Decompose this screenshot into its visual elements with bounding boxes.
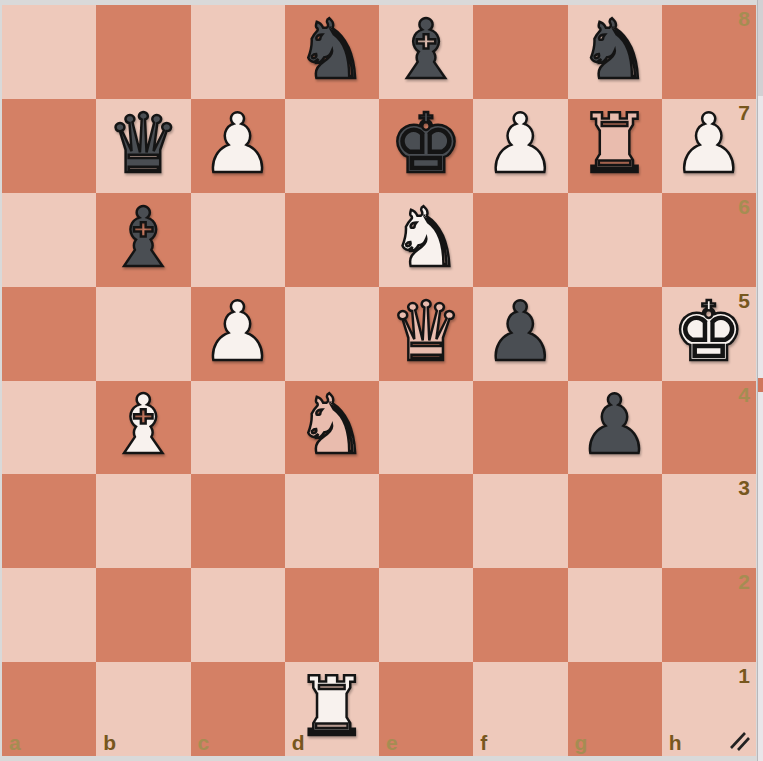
square-g6[interactable] xyxy=(568,193,662,287)
square-c8[interactable] xyxy=(191,5,285,99)
piece-white-rook[interactable]: ♜ xyxy=(578,103,652,185)
square-d7[interactable] xyxy=(285,99,379,193)
square-c2[interactable] xyxy=(191,568,285,662)
piece-black-pawn[interactable]: ♟ xyxy=(578,384,652,466)
square-g5[interactable] xyxy=(568,287,662,381)
square-b3[interactable] xyxy=(96,474,190,568)
piece-black-king[interactable]: ♚ xyxy=(389,103,463,185)
square-d6[interactable] xyxy=(285,193,379,287)
square-g7[interactable]: ♜ xyxy=(568,99,662,193)
piece-white-pawn[interactable]: ♟ xyxy=(201,103,275,185)
file-label-e: e xyxy=(386,732,398,753)
square-f8[interactable] xyxy=(473,5,567,99)
piece-black-knight[interactable]: ♞ xyxy=(295,9,369,91)
resize-grip-icon[interactable] xyxy=(728,730,752,752)
square-e1[interactable]: e xyxy=(379,662,473,756)
square-h7[interactable]: 7♟ xyxy=(662,99,756,193)
square-h3[interactable]: 3 xyxy=(662,474,756,568)
piece-black-pawn[interactable]: ♟ xyxy=(484,291,558,373)
rank-label-1: 1 xyxy=(738,665,750,686)
piece-white-knight[interactable]: ♞ xyxy=(295,384,369,466)
square-h4[interactable]: 4 xyxy=(662,381,756,475)
square-b2[interactable] xyxy=(96,568,190,662)
square-g2[interactable] xyxy=(568,568,662,662)
square-h1[interactable]: 1h xyxy=(662,662,756,756)
square-b8[interactable] xyxy=(96,5,190,99)
piece-black-bishop[interactable]: ♝ xyxy=(389,9,463,91)
square-e2[interactable] xyxy=(379,568,473,662)
square-d5[interactable] xyxy=(285,287,379,381)
square-e8[interactable]: ♝ xyxy=(379,5,473,99)
square-c5[interactable]: ♟ xyxy=(191,287,285,381)
square-b4[interactable]: ♝ xyxy=(96,381,190,475)
square-e5[interactable]: ♛ xyxy=(379,287,473,381)
rank-label-2: 2 xyxy=(738,571,750,592)
square-e7[interactable]: ♚ xyxy=(379,99,473,193)
square-d2[interactable] xyxy=(285,568,379,662)
square-d8[interactable]: ♞ xyxy=(285,5,379,99)
square-a8[interactable] xyxy=(2,5,96,99)
square-f7[interactable]: ♟ xyxy=(473,99,567,193)
square-f2[interactable] xyxy=(473,568,567,662)
scrollbar-track[interactable] xyxy=(757,0,763,761)
square-e6[interactable]: ♞ xyxy=(379,193,473,287)
scrollbar-thumb[interactable] xyxy=(758,378,763,392)
chess-board: ♞♝♞8♛♟♚♟♜7♟♝♞6♟♛♟5♚♝♞♟432abcd♜efg1h xyxy=(2,5,756,756)
square-d3[interactable] xyxy=(285,474,379,568)
square-h5[interactable]: 5♚ xyxy=(662,287,756,381)
square-h8[interactable]: 8 xyxy=(662,5,756,99)
square-f1[interactable]: f xyxy=(473,662,567,756)
square-g8[interactable]: ♞ xyxy=(568,5,662,99)
square-a5[interactable] xyxy=(2,287,96,381)
square-e4[interactable] xyxy=(379,381,473,475)
square-b1[interactable]: b xyxy=(96,662,190,756)
square-h2[interactable]: 2 xyxy=(662,568,756,662)
file-label-g: g xyxy=(575,732,588,753)
piece-black-bishop[interactable]: ♝ xyxy=(107,197,181,279)
piece-white-king[interactable]: ♚ xyxy=(672,291,746,373)
piece-white-bishop[interactable]: ♝ xyxy=(107,384,181,466)
scrollbar-top-segment xyxy=(758,0,763,96)
square-h6[interactable]: 6 xyxy=(662,193,756,287)
file-label-f: f xyxy=(480,732,487,753)
square-f6[interactable] xyxy=(473,193,567,287)
square-a1[interactable]: a xyxy=(2,662,96,756)
square-b7[interactable]: ♛ xyxy=(96,99,190,193)
piece-black-knight[interactable]: ♞ xyxy=(578,9,652,91)
square-f5[interactable]: ♟ xyxy=(473,287,567,381)
square-a3[interactable] xyxy=(2,474,96,568)
square-g1[interactable]: g xyxy=(568,662,662,756)
piece-white-pawn[interactable]: ♟ xyxy=(201,291,275,373)
square-a7[interactable] xyxy=(2,99,96,193)
piece-white-rook[interactable]: ♜ xyxy=(295,666,369,748)
square-c7[interactable]: ♟ xyxy=(191,99,285,193)
piece-black-queen[interactable]: ♛ xyxy=(107,103,181,185)
rank-label-3: 3 xyxy=(738,477,750,498)
rank-label-6: 6 xyxy=(738,196,750,217)
square-b6[interactable]: ♝ xyxy=(96,193,190,287)
square-c3[interactable] xyxy=(191,474,285,568)
square-g3[interactable] xyxy=(568,474,662,568)
square-d4[interactable]: ♞ xyxy=(285,381,379,475)
square-a6[interactable] xyxy=(2,193,96,287)
square-a4[interactable] xyxy=(2,381,96,475)
square-e3[interactable] xyxy=(379,474,473,568)
piece-white-pawn[interactable]: ♟ xyxy=(672,103,746,185)
piece-white-pawn[interactable]: ♟ xyxy=(484,103,558,185)
square-b5[interactable] xyxy=(96,287,190,381)
square-c6[interactable] xyxy=(191,193,285,287)
file-label-a: a xyxy=(9,732,21,753)
square-f3[interactable] xyxy=(473,474,567,568)
square-f4[interactable] xyxy=(473,381,567,475)
file-label-h: h xyxy=(669,732,682,753)
rank-label-4: 4 xyxy=(738,384,750,405)
square-d1[interactable]: d♜ xyxy=(285,662,379,756)
file-label-c: c xyxy=(198,732,210,753)
square-a2[interactable] xyxy=(2,568,96,662)
square-g4[interactable]: ♟ xyxy=(568,381,662,475)
file-label-b: b xyxy=(103,732,116,753)
piece-white-knight[interactable]: ♞ xyxy=(389,197,463,279)
square-c4[interactable] xyxy=(191,381,285,475)
square-c1[interactable]: c xyxy=(191,662,285,756)
rank-label-8: 8 xyxy=(738,8,750,29)
piece-white-queen[interactable]: ♛ xyxy=(389,291,463,373)
